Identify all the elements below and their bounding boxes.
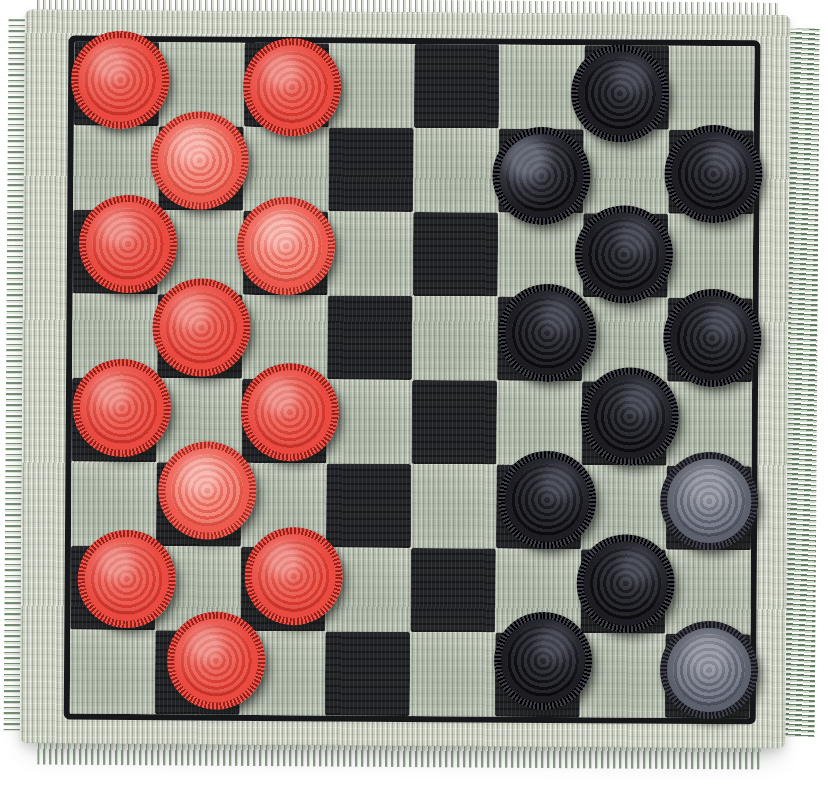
- red-checker-face: [249, 45, 334, 130]
- black-checker[interactable]: [497, 451, 596, 550]
- red-checker-face: [173, 618, 258, 703]
- red-checker-face: [84, 537, 169, 622]
- black-checker-face: [499, 134, 584, 219]
- red-checker[interactable]: [244, 527, 343, 626]
- black-checker[interactable]: [570, 44, 669, 143]
- black-checker-face: [577, 51, 662, 136]
- black-checker[interactable]: [659, 452, 758, 551]
- black-checker-face: [583, 541, 668, 626]
- red-checker[interactable]: [152, 278, 251, 377]
- red-checker[interactable]: [150, 111, 249, 210]
- red-checker-face: [77, 38, 162, 123]
- red-checker[interactable]: [157, 441, 256, 540]
- red-checker-face: [243, 204, 328, 289]
- red-checker[interactable]: [166, 611, 265, 710]
- black-checker-face: [504, 458, 589, 543]
- red-checker-face: [85, 202, 170, 287]
- red-checker-face: [247, 370, 332, 455]
- black-checker-face: [581, 212, 666, 297]
- black-checker-face: [666, 628, 751, 713]
- red-checker-face: [79, 366, 164, 451]
- photo-canvas: [0, 0, 828, 785]
- red-checker[interactable]: [72, 359, 171, 458]
- black-checker-face: [671, 132, 756, 217]
- red-checker-face: [159, 285, 244, 370]
- red-checker[interactable]: [240, 363, 339, 462]
- red-checker[interactable]: [70, 31, 169, 130]
- black-checker-face: [500, 619, 585, 704]
- black-checker[interactable]: [659, 621, 758, 720]
- black-checker[interactable]: [492, 127, 591, 226]
- black-checker[interactable]: [493, 612, 592, 711]
- black-checker[interactable]: [574, 205, 673, 304]
- black-checker[interactable]: [576, 534, 675, 633]
- red-checker-face: [165, 448, 250, 533]
- black-checker-face: [666, 459, 751, 544]
- black-checker-face: [505, 291, 590, 376]
- red-checker[interactable]: [242, 38, 341, 137]
- red-checker[interactable]: [78, 195, 177, 294]
- black-checker[interactable]: [498, 284, 597, 383]
- pieces-layer: [0, 0, 828, 785]
- black-checker-face: [587, 374, 672, 459]
- red-checker[interactable]: [236, 197, 335, 296]
- red-checker[interactable]: [77, 530, 176, 629]
- red-checker-face: [157, 118, 242, 203]
- black-checker[interactable]: [664, 125, 763, 224]
- red-checker-face: [251, 534, 336, 619]
- black-checker[interactable]: [580, 367, 679, 466]
- black-checker[interactable]: [663, 289, 762, 388]
- black-checker-face: [670, 296, 755, 381]
- checkers-rug: [0, 0, 828, 785]
